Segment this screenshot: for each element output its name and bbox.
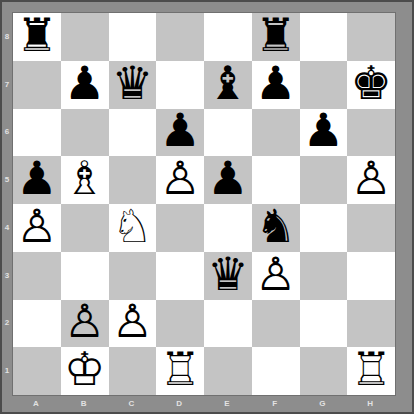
square-b4[interactable] xyxy=(61,204,109,252)
white-pawn-b2: ♙ xyxy=(64,298,105,344)
square-h8[interactable] xyxy=(347,13,395,61)
white-pawn-c2: ♙ xyxy=(112,298,153,344)
square-g4[interactable] xyxy=(300,204,348,252)
rank-label-8: 8 xyxy=(5,31,9,40)
square-f7[interactable]: ♟ xyxy=(252,61,300,109)
square-e4[interactable] xyxy=(204,204,252,252)
white-pawn-h5: ♙ xyxy=(351,155,392,201)
square-g3[interactable] xyxy=(300,252,348,300)
square-a5[interactable]: ♟ xyxy=(13,156,61,204)
white-pawn-a4: ♙ xyxy=(16,203,57,249)
square-g6[interactable]: ♟ xyxy=(300,109,348,157)
square-a6[interactable] xyxy=(13,109,61,157)
square-d7[interactable] xyxy=(156,61,204,109)
black-rook-f8: ♜ xyxy=(255,12,296,58)
square-c8[interactable] xyxy=(109,13,157,61)
square-c1[interactable] xyxy=(109,347,157,395)
square-h4[interactable] xyxy=(347,204,395,252)
rank-label-2: 2 xyxy=(5,318,9,327)
square-e7[interactable]: ♝ xyxy=(204,61,252,109)
square-e8[interactable] xyxy=(204,13,252,61)
square-e3[interactable]: ♛ xyxy=(204,252,252,300)
black-king-h7: ♚ xyxy=(351,60,392,106)
black-pawn-e5: ♟ xyxy=(207,155,248,201)
square-h3[interactable] xyxy=(347,252,395,300)
file-label-a: A xyxy=(33,399,39,408)
white-pawn-d5: ♙ xyxy=(160,155,201,201)
black-queen-e3: ♛ xyxy=(207,251,248,297)
square-e1[interactable] xyxy=(204,347,252,395)
square-c3[interactable] xyxy=(109,252,157,300)
square-c4[interactable]: ♘ xyxy=(109,204,157,252)
square-f1[interactable] xyxy=(252,347,300,395)
square-g2[interactable] xyxy=(300,300,348,348)
file-label-h: H xyxy=(367,399,373,408)
square-d5[interactable]: ♙ xyxy=(156,156,204,204)
square-c5[interactable] xyxy=(109,156,157,204)
file-label-d: D xyxy=(176,399,182,408)
square-c7[interactable]: ♛ xyxy=(109,61,157,109)
black-pawn-g6: ♟ xyxy=(303,107,344,153)
file-label-b: B xyxy=(81,399,87,408)
white-knight-c4: ♘ xyxy=(112,203,153,249)
square-e6[interactable] xyxy=(204,109,252,157)
square-e5[interactable]: ♟ xyxy=(204,156,252,204)
square-d2[interactable] xyxy=(156,300,204,348)
square-d3[interactable] xyxy=(156,252,204,300)
file-label-f: F xyxy=(272,399,277,408)
square-d6[interactable]: ♟ xyxy=(156,109,204,157)
file-label-e: E xyxy=(224,399,229,408)
square-g7[interactable] xyxy=(300,61,348,109)
square-e2[interactable] xyxy=(204,300,252,348)
square-c2[interactable]: ♙ xyxy=(109,300,157,348)
square-d4[interactable] xyxy=(156,204,204,252)
square-g1[interactable] xyxy=(300,347,348,395)
square-g8[interactable] xyxy=(300,13,348,61)
file-label-g: G xyxy=(319,399,325,408)
rank-label-6: 6 xyxy=(5,127,9,136)
white-pawn-f3: ♙ xyxy=(255,251,296,297)
black-knight-f4: ♞ xyxy=(255,203,296,249)
square-c6[interactable] xyxy=(109,109,157,157)
square-h6[interactable] xyxy=(347,109,395,157)
square-b5[interactable]: ♗ xyxy=(61,156,109,204)
file-label-c: C xyxy=(128,399,134,408)
black-pawn-a5: ♟ xyxy=(16,155,57,201)
square-a2[interactable] xyxy=(13,300,61,348)
rank-label-5: 5 xyxy=(5,175,9,184)
square-b3[interactable] xyxy=(61,252,109,300)
square-a7[interactable] xyxy=(13,61,61,109)
square-b6[interactable] xyxy=(61,109,109,157)
square-b8[interactable] xyxy=(61,13,109,61)
black-queen-c7: ♛ xyxy=(112,60,153,106)
rank-label-4: 4 xyxy=(5,222,9,231)
square-f2[interactable] xyxy=(252,300,300,348)
square-b1[interactable]: ♔ xyxy=(61,347,109,395)
square-a4[interactable]: ♙ xyxy=(13,204,61,252)
square-f6[interactable] xyxy=(252,109,300,157)
square-f4[interactable]: ♞ xyxy=(252,204,300,252)
black-pawn-d6: ♟ xyxy=(160,107,201,153)
square-f8[interactable]: ♜ xyxy=(252,13,300,61)
square-h5[interactable]: ♙ xyxy=(347,156,395,204)
square-f3[interactable]: ♙ xyxy=(252,252,300,300)
black-pawn-b7: ♟ xyxy=(64,60,105,106)
square-b2[interactable]: ♙ xyxy=(61,300,109,348)
square-g5[interactable] xyxy=(300,156,348,204)
white-rook-d1: ♖ xyxy=(160,346,201,392)
square-a1[interactable] xyxy=(13,347,61,395)
rank-label-3: 3 xyxy=(5,270,9,279)
square-h7[interactable]: ♚ xyxy=(347,61,395,109)
square-h2[interactable] xyxy=(347,300,395,348)
square-h1[interactable]: ♖ xyxy=(347,347,395,395)
white-king-b1: ♔ xyxy=(64,346,105,392)
square-a3[interactable] xyxy=(13,252,61,300)
rank-label-1: 1 xyxy=(5,366,9,375)
rank-label-7: 7 xyxy=(5,79,9,88)
white-bishop-b5: ♗ xyxy=(64,155,105,201)
black-rook-a8: ♜ xyxy=(16,12,57,58)
chessboard: ♜♜♟♛♝♟♚♟♟♟♗♙♟♙♙♘♞♛♙♙♙♔♖♖ xyxy=(12,12,396,396)
square-b7[interactable]: ♟ xyxy=(61,61,109,109)
black-bishop-e7: ♝ xyxy=(207,60,248,106)
chessboard-frame: ♜♜♟♛♝♟♚♟♟♟♗♙♟♙♙♘♞♛♙♙♙♔♖♖ 87654321ABCDEFG… xyxy=(0,0,414,414)
black-pawn-f7: ♟ xyxy=(255,60,296,106)
square-d8[interactable] xyxy=(156,13,204,61)
square-f5[interactable] xyxy=(252,156,300,204)
square-d1[interactable]: ♖ xyxy=(156,347,204,395)
white-rook-h1: ♖ xyxy=(351,346,392,392)
square-a8[interactable]: ♜ xyxy=(13,13,61,61)
